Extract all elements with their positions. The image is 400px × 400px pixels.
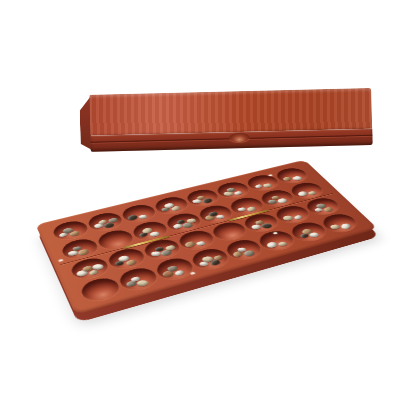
stone-c [223,191,234,196]
product-photo-scene [0,0,400,400]
stone-g [268,199,278,204]
stone-r [162,270,175,277]
thumb-notch [230,133,250,142]
stone-c [137,280,148,286]
stone-c [330,224,341,230]
stone-w [296,191,308,198]
open-board [51,154,361,299]
stone-w [199,261,209,266]
stone-c [277,241,287,246]
box-top-face [89,88,372,136]
stone-w [309,232,320,237]
stone-c [263,183,273,188]
stone-w [149,231,160,237]
stone-d [126,214,138,221]
stone-w [216,215,225,219]
stone-c [282,215,294,221]
stone-w [172,223,183,229]
stone-w [251,224,262,230]
stone-d [115,261,125,266]
pit-r4c3[interactable] [152,256,196,283]
folded-board-box [79,88,372,152]
stone-w [265,241,278,249]
stone-g [182,223,193,229]
stone-g [108,218,118,224]
box-body [89,88,372,152]
stone-w [254,184,263,189]
board-surface [35,160,377,315]
stone-w [291,176,302,181]
stone-g [125,280,137,287]
stone-t [184,240,197,248]
stone-w [68,250,78,256]
pit-grid [35,160,377,315]
stone-w [293,215,303,221]
stone-w [237,207,246,212]
stone-c [307,191,316,196]
stone-w [174,269,185,276]
stone-t [282,176,292,181]
stone-c [246,206,257,212]
stone-w [196,241,206,246]
stone-w [314,208,323,212]
stone-d [261,223,272,228]
pit-r4c2[interactable] [116,265,161,293]
stone-w [192,199,202,204]
stone-w [93,264,104,270]
stone-w [139,215,148,219]
pit-r4c1[interactable] [78,275,123,304]
stone-t [232,251,244,258]
stone-w [233,191,242,196]
stone-w [151,251,161,256]
pit-r4c4[interactable] [188,246,232,272]
stone-w [339,223,352,230]
